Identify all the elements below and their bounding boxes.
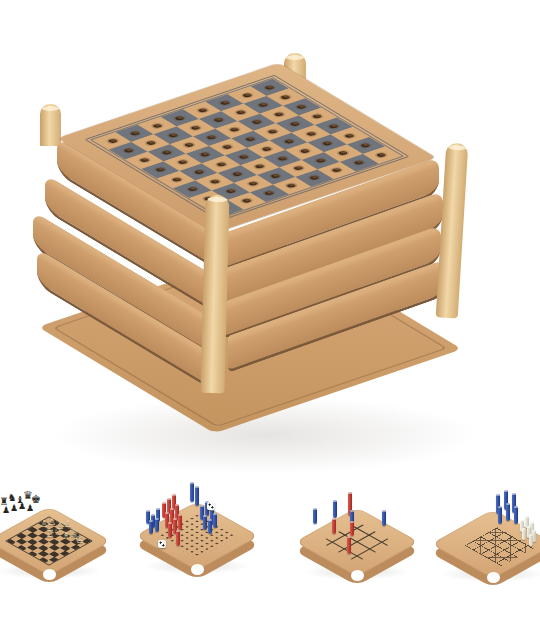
- peg: [190, 482, 194, 502]
- post-right: [436, 142, 469, 318]
- peg-hole: [184, 142, 196, 147]
- peg-hole: [151, 123, 163, 128]
- peg-hole: [337, 150, 349, 155]
- peg-hole: [315, 158, 327, 163]
- peg-hole: [299, 148, 311, 153]
- peg: [347, 536, 351, 554]
- peg-hole: [376, 152, 388, 157]
- chess-piece: ♔: [75, 534, 85, 545]
- peg-hole: [235, 110, 247, 115]
- peg-hole: [196, 108, 208, 113]
- thumbnail-solitaire[interactable]: [426, 486, 540, 591]
- peg-hole: [209, 179, 221, 184]
- corner-notch: [191, 564, 204, 575]
- peg-hole: [206, 135, 218, 140]
- peg-hole: [353, 160, 365, 165]
- peg-hole: [107, 138, 119, 143]
- peg-hole: [260, 146, 272, 151]
- thumbnail-tictactoe[interactable]: [290, 484, 425, 589]
- peg-hole: [225, 189, 237, 194]
- chess-piece: ♟: [10, 504, 18, 513]
- peg-hole: [312, 114, 324, 119]
- peg-hole: [167, 133, 179, 138]
- chess-piece: ♟: [26, 504, 34, 513]
- peg-hole: [139, 158, 151, 163]
- peg-hole: [129, 131, 141, 136]
- peg-hole: [174, 115, 186, 120]
- peg-hole: [308, 175, 320, 180]
- peg: [313, 508, 317, 524]
- peg: [332, 518, 336, 534]
- peg: [382, 510, 386, 526]
- peg-hole: [187, 187, 199, 192]
- peg-hole: [283, 139, 295, 144]
- peg: [333, 500, 337, 518]
- peg-hole: [241, 93, 253, 98]
- peg-hole: [251, 119, 263, 124]
- peg: [529, 534, 533, 546]
- peg-hole: [267, 129, 279, 134]
- peg-hole: [273, 112, 285, 117]
- peg-hole: [328, 123, 340, 128]
- corner-notch: [43, 569, 56, 580]
- peg-hole: [238, 154, 250, 159]
- die: [158, 540, 166, 548]
- peg-hole: [254, 164, 266, 169]
- peg-hole: [257, 102, 269, 107]
- peg: [176, 530, 180, 546]
- peg-hole: [264, 191, 276, 196]
- peg-hole: [270, 173, 282, 178]
- peg-hole: [123, 148, 135, 153]
- chess-piece: ♟: [2, 506, 10, 515]
- peg: [506, 503, 510, 521]
- peg-hole: [193, 169, 205, 174]
- peg-hole: [280, 95, 292, 100]
- peg: [149, 520, 153, 534]
- corner-notch: [289, 536, 300, 546]
- peg-hole: [248, 181, 260, 186]
- peg-hole: [241, 198, 253, 203]
- corner-notch: [351, 570, 364, 581]
- peg-hole: [145, 140, 157, 145]
- thumbnail-chess[interactable]: ♜♞♝♛♚♟♟♟♟♙♙♙♙♖♘♗♕♔: [0, 483, 117, 588]
- peg: [213, 513, 217, 528]
- peg-hole: [331, 168, 343, 173]
- corner-notch: [414, 536, 425, 546]
- peg-hole: [289, 121, 301, 126]
- peg: [514, 506, 518, 524]
- peg-hole: [219, 100, 231, 105]
- peg-hole: [212, 117, 224, 122]
- peg: [522, 528, 526, 540]
- chess-piece: ♟: [18, 502, 26, 511]
- peg-hole: [264, 85, 276, 90]
- peg-hole: [244, 137, 256, 142]
- peg: [498, 506, 502, 524]
- peg: [350, 521, 354, 536]
- corner-notch: [129, 530, 140, 540]
- corner-notch: [425, 538, 436, 548]
- peg-hole: [216, 162, 228, 167]
- peg-hole: [161, 150, 173, 155]
- peg-hole: [305, 131, 317, 136]
- post-left: [40, 104, 61, 146]
- peg-hole: [296, 104, 308, 109]
- peg-hole: [232, 171, 244, 176]
- peg-hole: [321, 141, 333, 146]
- peg-hole: [200, 152, 212, 157]
- peg-hole: [222, 144, 234, 149]
- peg-hole: [177, 160, 189, 165]
- die: [207, 502, 215, 510]
- peg: [203, 515, 207, 530]
- peg-hole: [360, 143, 372, 148]
- peg: [178, 514, 182, 530]
- peg: [195, 486, 199, 506]
- peg: [168, 522, 172, 538]
- peg-hole: [171, 177, 183, 182]
- peg-hole: [228, 127, 240, 132]
- corner-notch: [487, 572, 500, 583]
- corner-notch: [106, 535, 117, 545]
- thumbnail-backgammon[interactable]: [130, 478, 265, 583]
- peg-hole: [286, 183, 298, 188]
- peg-hole: [155, 167, 167, 172]
- peg: [208, 519, 212, 534]
- peg: [155, 518, 159, 532]
- peg-hole: [190, 125, 202, 130]
- corner-notch: [254, 530, 265, 540]
- product-photo: ♜♞♝♛♚♟♟♟♟♙♙♙♙♖♘♗♕♔: [0, 0, 540, 630]
- peg-hole: [292, 166, 304, 171]
- peg-hole: [276, 156, 288, 161]
- peg-hole: [344, 133, 356, 138]
